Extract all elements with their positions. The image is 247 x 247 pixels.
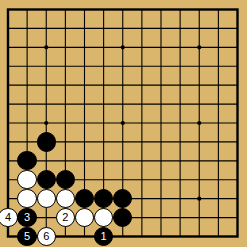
move-number-label: 6 — [43, 230, 49, 241]
go-board-diagram: 432561 — [0, 0, 247, 247]
stone-white-F2 — [94, 208, 113, 227]
move-number-label: 1 — [101, 230, 107, 241]
move-number-label: 2 — [62, 211, 68, 222]
stone-black-D4 — [56, 170, 75, 189]
stone-white-A2: 4 — [0, 208, 18, 227]
stone-black-F1: 1 — [94, 227, 113, 246]
stones-layer: 432561 — [0, 0, 247, 246]
stone-black-C6 — [37, 132, 56, 151]
stone-black-B1: 5 — [17, 227, 36, 246]
stone-black-E3 — [75, 189, 94, 208]
move-number-label: 4 — [5, 211, 11, 222]
stone-white-E2 — [75, 208, 94, 227]
stone-black-F3 — [94, 189, 113, 208]
stone-white-B4 — [17, 170, 36, 189]
stone-black-B5 — [17, 151, 36, 170]
stone-white-D2: 2 — [56, 208, 75, 227]
stone-white-B3 — [17, 189, 36, 208]
stone-black-C4 — [37, 170, 56, 189]
stone-white-C3 — [37, 189, 56, 208]
move-number-label: 5 — [24, 230, 30, 241]
stone-white-D3 — [56, 189, 75, 208]
stone-black-B2: 3 — [17, 208, 36, 227]
stone-white-C1: 6 — [37, 227, 56, 246]
move-number-label: 3 — [24, 211, 30, 222]
stone-black-G3 — [113, 189, 132, 208]
stone-black-G2 — [113, 208, 132, 227]
